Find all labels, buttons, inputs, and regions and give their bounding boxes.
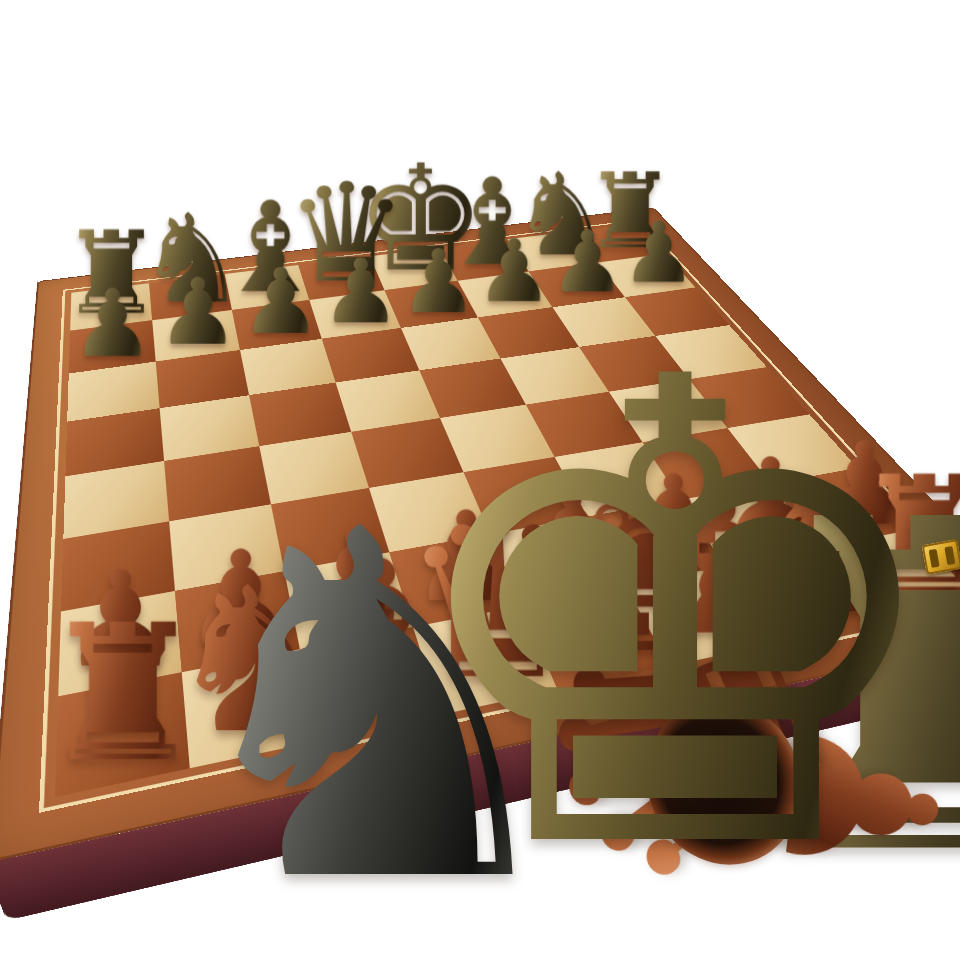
- display-knight-black-nickel: ♞: [160, 468, 590, 948]
- product-photo: ♜♞♝♛♚♝♞♜♟♟♟♟♟♟♟♟♟♟♟♟♟♟♟♟♜♞♝♛♚♝♞♜ ♜ ♟ ♛ ♚…: [0, 0, 960, 960]
- square-b6[interactable]: [156, 350, 249, 408]
- black-pawn-b7[interactable]: ♟: [157, 267, 239, 359]
- square-c6[interactable]: [240, 339, 336, 395]
- brass-latch: [922, 539, 960, 575]
- black-pawn-c7[interactable]: ♟: [240, 257, 321, 347]
- black-pawn-a7[interactable]: ♟: [71, 277, 155, 370]
